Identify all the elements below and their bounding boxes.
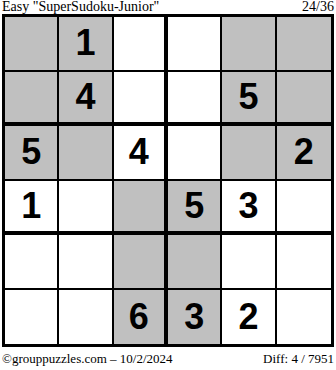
cell-r2c3[interactable] xyxy=(114,72,168,127)
cell-r3c1[interactable]: 5 xyxy=(5,126,59,181)
cell-r6c5[interactable]: 2 xyxy=(222,290,276,345)
given-digit: 5 xyxy=(184,188,204,224)
cell-r4c4[interactable]: 5 xyxy=(168,181,222,236)
cell-r6c4[interactable]: 3 xyxy=(168,290,222,345)
copyright-text: ©grouppuzzles.com – 10/2/2024 xyxy=(2,351,173,366)
cell-r3c4[interactable] xyxy=(168,126,222,181)
cell-r4c6[interactable] xyxy=(277,181,331,236)
cell-r3c5[interactable] xyxy=(222,126,276,181)
cell-r3c3[interactable]: 4 xyxy=(114,126,168,181)
cell-r3c2[interactable] xyxy=(59,126,113,181)
cell-r1c1[interactable] xyxy=(5,17,59,72)
cell-r4c1[interactable]: 1 xyxy=(5,181,59,236)
cell-r5c5[interactable] xyxy=(222,235,276,290)
cell-r2c2[interactable]: 4 xyxy=(59,72,113,127)
given-digit: 2 xyxy=(238,299,258,335)
given-digit: 3 xyxy=(184,299,204,335)
cell-r1c5[interactable] xyxy=(222,17,276,72)
cell-r5c1[interactable] xyxy=(5,235,59,290)
cell-r4c2[interactable] xyxy=(59,181,113,236)
cell-r2c6[interactable] xyxy=(277,72,331,127)
page-header: Easy "SuperSudoku-Junior" 24/36 xyxy=(2,0,334,14)
cell-r1c4[interactable] xyxy=(168,17,222,72)
given-digit: 3 xyxy=(238,188,258,224)
cell-r5c2[interactable] xyxy=(59,235,113,290)
cell-r2c4[interactable] xyxy=(168,72,222,127)
given-digit: 5 xyxy=(21,134,41,170)
cell-r5c6[interactable] xyxy=(277,235,331,290)
given-digit: 4 xyxy=(75,79,95,115)
cell-r1c6[interactable] xyxy=(277,17,331,72)
given-digit: 5 xyxy=(238,79,258,115)
cell-r4c3[interactable] xyxy=(114,181,168,236)
given-digit: 6 xyxy=(129,299,149,335)
cell-r6c1[interactable] xyxy=(5,290,59,345)
given-digit: 1 xyxy=(21,188,41,224)
given-digit: 2 xyxy=(294,134,314,170)
cell-r1c3[interactable] xyxy=(114,17,168,72)
puzzle-title: Easy "SuperSudoku-Junior" xyxy=(2,0,159,14)
cell-r6c2[interactable] xyxy=(59,290,113,345)
remaining-counter: 24/36 xyxy=(302,0,334,14)
cell-r5c4[interactable] xyxy=(168,235,222,290)
cell-r2c5[interactable]: 5 xyxy=(222,72,276,127)
cell-r6c6[interactable] xyxy=(277,290,331,345)
sudoku-grid: 145542153632 xyxy=(2,14,334,347)
page-footer: ©grouppuzzles.com – 10/2/2024 Diff: 4 / … xyxy=(2,351,334,366)
cell-r3c6[interactable]: 2 xyxy=(277,126,331,181)
cell-r5c3[interactable] xyxy=(114,235,168,290)
cell-r4c5[interactable]: 3 xyxy=(222,181,276,236)
difficulty-text: Diff: 4 / 7951 xyxy=(263,351,334,366)
given-digit: 4 xyxy=(129,134,149,170)
cell-r1c2[interactable]: 1 xyxy=(59,17,113,72)
given-digit: 1 xyxy=(75,25,95,61)
cell-r2c1[interactable] xyxy=(5,72,59,127)
cell-r6c3[interactable]: 6 xyxy=(114,290,168,345)
